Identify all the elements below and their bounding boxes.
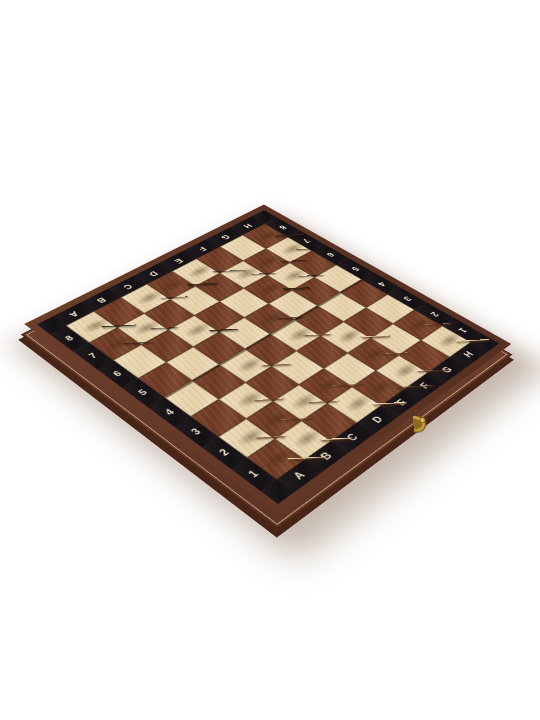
perspective-wrapper: ABCDEFGH8♜♝♛♚♜87♟♟♟♝♟76♞♞♟65♟54♝♟43♟♞32♟… [89, 153, 452, 516]
file-label-a-far: A [67, 310, 80, 318]
rank-label-3-left: 3 [190, 427, 204, 437]
photo-background: { "game": "chess", "scene": "wooden fold… [0, 0, 540, 720]
rank-label-8-left: 8 [63, 334, 75, 342]
rank-label-1-left: 1 [247, 469, 261, 479]
rank-label-3-right: 3 [401, 295, 413, 302]
file-label-a-near: A [292, 470, 308, 481]
rank-label-6-left: 6 [111, 370, 124, 379]
rank-label-4-left: 4 [163, 408, 176, 417]
chess-board: ABCDEFGH8♜♝♛♚♜87♟♟♟♝♟76♞♞♟65♟54♝♟43♟♞32♟… [24, 204, 511, 514]
file-label-h-near: H [462, 350, 476, 359]
board-face: ABCDEFGH8♜♝♛♚♜87♟♟♟♝♟76♞♞♟65♟54♝♟43♟♞32♟… [24, 204, 511, 514]
rank-label-5-left: 5 [136, 388, 149, 397]
file-label-d-near: D [370, 415, 385, 425]
rank-label-5-right: 5 [349, 265, 361, 272]
rank-label-7-left: 7 [87, 352, 99, 360]
piece-glyph: ♞ [191, 282, 194, 340]
rank-label-2-left: 2 [218, 448, 232, 458]
